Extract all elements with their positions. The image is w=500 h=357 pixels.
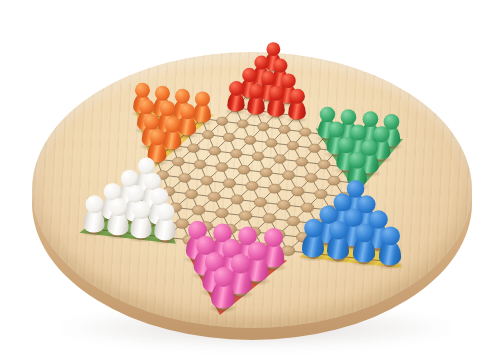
peg-head xyxy=(194,91,209,106)
peg-head xyxy=(328,122,344,138)
peg-blue[interactable] xyxy=(302,218,324,258)
peg-head xyxy=(138,157,155,174)
peg-head xyxy=(108,198,126,216)
peg-head xyxy=(154,86,169,101)
peg-head xyxy=(380,226,399,245)
peg-head xyxy=(180,104,195,119)
peg-white[interactable] xyxy=(155,203,176,242)
peg-red[interactable] xyxy=(247,83,265,115)
peg-head xyxy=(143,114,159,130)
peg-head xyxy=(139,99,154,114)
peg-red[interactable] xyxy=(227,81,244,112)
peg-head xyxy=(85,195,103,213)
peg-head xyxy=(289,89,304,104)
peg-head xyxy=(348,152,365,169)
peg-head xyxy=(132,200,150,218)
peg-head xyxy=(134,83,149,98)
peg-blue[interactable] xyxy=(353,223,375,263)
peg-blue[interactable] xyxy=(378,226,400,266)
product-photo-scene xyxy=(0,0,500,357)
peg-white[interactable] xyxy=(83,195,104,233)
peg-red[interactable] xyxy=(267,86,285,118)
peg-head xyxy=(354,223,373,242)
peg-head xyxy=(269,86,284,101)
peg-head xyxy=(304,218,323,237)
peg-head xyxy=(319,106,334,121)
peg-head xyxy=(149,129,165,145)
peg-white[interactable] xyxy=(131,200,152,239)
peg-head xyxy=(159,101,174,116)
peg-head xyxy=(248,83,263,98)
peg-head xyxy=(174,89,189,104)
peg-pink[interactable] xyxy=(211,267,235,309)
peg-head xyxy=(329,221,348,240)
peg-head xyxy=(213,267,233,287)
peg-head xyxy=(156,203,174,221)
peg-white[interactable] xyxy=(107,198,128,237)
pegs-layer xyxy=(0,0,500,357)
peg-red[interactable] xyxy=(288,89,306,121)
peg-head xyxy=(228,81,243,96)
peg-blue[interactable] xyxy=(327,221,349,261)
peg-head xyxy=(164,116,180,132)
